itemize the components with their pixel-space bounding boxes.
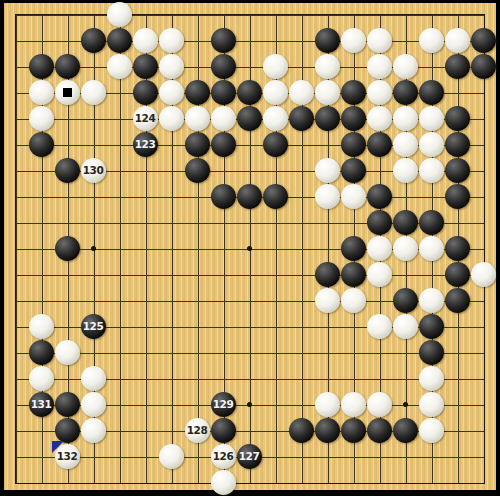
intersection-13-16[interactable] [314, 391, 340, 417]
intersection-11-12[interactable] [262, 287, 288, 313]
intersection-11-15[interactable] [262, 365, 288, 391]
intersection-8-11[interactable] [184, 261, 210, 287]
intersection-5-14[interactable] [106, 339, 132, 365]
intersection-9-14[interactable] [210, 339, 236, 365]
intersection-12-18[interactable] [288, 443, 314, 469]
intersection-8-16[interactable] [184, 391, 210, 417]
intersection-3-11[interactable] [54, 261, 80, 287]
intersection-13-2[interactable] [314, 27, 340, 53]
intersection-18-13[interactable] [444, 313, 470, 339]
intersection-15-13[interactable] [366, 313, 392, 339]
intersection-10-12[interactable] [236, 287, 262, 313]
intersection-4-10[interactable] [80, 235, 106, 261]
intersection-12-5[interactable] [288, 105, 314, 131]
intersection-5-16[interactable] [106, 391, 132, 417]
intersection-9-19[interactable] [210, 469, 236, 495]
intersection-14-14[interactable] [340, 339, 366, 365]
intersection-6-6[interactable]: 123 [132, 131, 158, 157]
intersection-5-2[interactable] [106, 27, 132, 53]
intersection-5-3[interactable] [106, 53, 132, 79]
intersection-11-10[interactable] [262, 235, 288, 261]
intersection-7-6[interactable] [158, 131, 184, 157]
intersection-8-19[interactable] [184, 469, 210, 495]
intersection-19-15[interactable] [470, 365, 496, 391]
intersection-2-19[interactable] [28, 469, 54, 495]
intersection-19-6[interactable] [470, 131, 496, 157]
intersection-15-11[interactable] [366, 261, 392, 287]
intersection-2-3[interactable] [28, 53, 54, 79]
intersection-14-11[interactable] [340, 261, 366, 287]
intersection-4-11[interactable] [80, 261, 106, 287]
intersection-2-13[interactable] [28, 313, 54, 339]
intersection-10-11[interactable] [236, 261, 262, 287]
intersection-10-18[interactable]: 127 [236, 443, 262, 469]
intersection-5-11[interactable] [106, 261, 132, 287]
intersection-9-9[interactable] [210, 209, 236, 235]
intersection-14-2[interactable] [340, 27, 366, 53]
intersection-7-19[interactable] [158, 469, 184, 495]
intersection-19-7[interactable] [470, 157, 496, 183]
intersection-16-14[interactable] [392, 339, 418, 365]
intersection-7-12[interactable] [158, 287, 184, 313]
intersection-1-12[interactable] [2, 287, 28, 313]
intersection-10-16[interactable] [236, 391, 262, 417]
intersection-2-5[interactable] [28, 105, 54, 131]
intersection-10-14[interactable] [236, 339, 262, 365]
intersection-18-16[interactable] [444, 391, 470, 417]
intersection-4-13[interactable]: 125 [80, 313, 106, 339]
intersection-1-1[interactable] [2, 1, 28, 27]
intersection-16-16[interactable] [392, 391, 418, 417]
intersection-15-9[interactable] [366, 209, 392, 235]
intersection-5-15[interactable] [106, 365, 132, 391]
intersection-12-17[interactable] [288, 417, 314, 443]
intersection-8-14[interactable] [184, 339, 210, 365]
intersection-3-10[interactable] [54, 235, 80, 261]
intersection-10-15[interactable] [236, 365, 262, 391]
intersection-16-8[interactable] [392, 183, 418, 209]
intersection-1-17[interactable] [2, 417, 28, 443]
intersection-9-15[interactable] [210, 365, 236, 391]
intersection-13-3[interactable] [314, 53, 340, 79]
intersection-15-1[interactable] [366, 1, 392, 27]
intersection-3-1[interactable] [54, 1, 80, 27]
intersection-15-6[interactable] [366, 131, 392, 157]
intersection-14-16[interactable] [340, 391, 366, 417]
intersection-13-13[interactable] [314, 313, 340, 339]
intersection-6-12[interactable] [132, 287, 158, 313]
intersection-2-6[interactable] [28, 131, 54, 157]
intersection-8-15[interactable] [184, 365, 210, 391]
intersection-9-10[interactable] [210, 235, 236, 261]
intersection-12-19[interactable] [288, 469, 314, 495]
intersection-13-5[interactable] [314, 105, 340, 131]
intersection-9-17[interactable] [210, 417, 236, 443]
intersection-11-8[interactable] [262, 183, 288, 209]
intersection-6-17[interactable] [132, 417, 158, 443]
intersection-5-7[interactable] [106, 157, 132, 183]
intersection-14-19[interactable] [340, 469, 366, 495]
intersection-4-8[interactable] [80, 183, 106, 209]
intersection-13-19[interactable] [314, 469, 340, 495]
intersection-12-7[interactable] [288, 157, 314, 183]
intersection-1-11[interactable] [2, 261, 28, 287]
intersection-6-4[interactable] [132, 79, 158, 105]
intersection-6-1[interactable] [132, 1, 158, 27]
intersection-15-16[interactable] [366, 391, 392, 417]
intersection-4-9[interactable] [80, 209, 106, 235]
intersection-8-3[interactable] [184, 53, 210, 79]
intersection-10-19[interactable] [236, 469, 262, 495]
intersection-18-2[interactable] [444, 27, 470, 53]
intersection-4-3[interactable] [80, 53, 106, 79]
intersection-11-5[interactable] [262, 105, 288, 131]
intersection-10-6[interactable] [236, 131, 262, 157]
intersection-14-4[interactable] [340, 79, 366, 105]
intersection-11-14[interactable] [262, 339, 288, 365]
intersection-9-11[interactable] [210, 261, 236, 287]
intersection-3-5[interactable] [54, 105, 80, 131]
intersection-12-2[interactable] [288, 27, 314, 53]
intersection-4-16[interactable] [80, 391, 106, 417]
intersection-1-4[interactable] [2, 79, 28, 105]
intersection-7-4[interactable] [158, 79, 184, 105]
intersection-8-13[interactable] [184, 313, 210, 339]
intersection-18-4[interactable] [444, 79, 470, 105]
intersection-15-7[interactable] [366, 157, 392, 183]
intersection-12-12[interactable] [288, 287, 314, 313]
intersection-16-1[interactable] [392, 1, 418, 27]
intersection-16-3[interactable] [392, 53, 418, 79]
intersection-3-9[interactable] [54, 209, 80, 235]
intersection-19-5[interactable] [470, 105, 496, 131]
intersection-17-7[interactable] [418, 157, 444, 183]
intersection-12-1[interactable] [288, 1, 314, 27]
intersection-12-14[interactable] [288, 339, 314, 365]
intersection-16-17[interactable] [392, 417, 418, 443]
intersection-16-6[interactable] [392, 131, 418, 157]
intersection-6-2[interactable] [132, 27, 158, 53]
intersection-4-2[interactable] [80, 27, 106, 53]
intersection-11-3[interactable] [262, 53, 288, 79]
intersection-12-15[interactable] [288, 365, 314, 391]
intersection-16-9[interactable] [392, 209, 418, 235]
intersection-2-11[interactable] [28, 261, 54, 287]
intersection-11-4[interactable] [262, 79, 288, 105]
intersection-13-4[interactable] [314, 79, 340, 105]
intersection-2-18[interactable] [28, 443, 54, 469]
intersection-8-18[interactable] [184, 443, 210, 469]
intersection-2-2[interactable] [28, 27, 54, 53]
intersection-12-6[interactable] [288, 131, 314, 157]
intersection-1-13[interactable] [2, 313, 28, 339]
intersection-3-4[interactable] [54, 79, 80, 105]
intersection-8-5[interactable] [184, 105, 210, 131]
intersection-7-13[interactable] [158, 313, 184, 339]
intersection-11-11[interactable] [262, 261, 288, 287]
intersection-9-2[interactable] [210, 27, 236, 53]
intersection-3-6[interactable] [54, 131, 80, 157]
intersection-5-4[interactable] [106, 79, 132, 105]
intersection-16-10[interactable] [392, 235, 418, 261]
intersection-8-9[interactable] [184, 209, 210, 235]
intersection-6-11[interactable] [132, 261, 158, 287]
intersection-9-8[interactable] [210, 183, 236, 209]
intersection-5-1[interactable] [106, 1, 132, 27]
intersection-1-18[interactable] [2, 443, 28, 469]
intersection-19-14[interactable] [470, 339, 496, 365]
intersection-15-8[interactable] [366, 183, 392, 209]
intersection-7-11[interactable] [158, 261, 184, 287]
intersection-16-18[interactable] [392, 443, 418, 469]
intersection-19-3[interactable] [470, 53, 496, 79]
intersection-14-18[interactable] [340, 443, 366, 469]
intersection-1-2[interactable] [2, 27, 28, 53]
intersection-11-13[interactable] [262, 313, 288, 339]
intersection-10-2[interactable] [236, 27, 262, 53]
intersection-9-5[interactable] [210, 105, 236, 131]
intersection-7-16[interactable] [158, 391, 184, 417]
intersection-7-1[interactable] [158, 1, 184, 27]
intersection-3-13[interactable] [54, 313, 80, 339]
intersection-1-5[interactable] [2, 105, 28, 131]
intersection-12-10[interactable] [288, 235, 314, 261]
intersection-7-2[interactable] [158, 27, 184, 53]
intersection-7-5[interactable] [158, 105, 184, 131]
intersection-11-2[interactable] [262, 27, 288, 53]
intersection-1-7[interactable] [2, 157, 28, 183]
intersection-15-5[interactable] [366, 105, 392, 131]
intersection-6-9[interactable] [132, 209, 158, 235]
intersection-18-3[interactable] [444, 53, 470, 79]
intersection-3-8[interactable] [54, 183, 80, 209]
intersection-17-6[interactable] [418, 131, 444, 157]
intersection-7-10[interactable] [158, 235, 184, 261]
intersection-6-19[interactable] [132, 469, 158, 495]
intersection-1-19[interactable] [2, 469, 28, 495]
intersection-1-10[interactable] [2, 235, 28, 261]
intersection-17-13[interactable] [418, 313, 444, 339]
intersection-7-8[interactable] [158, 183, 184, 209]
intersection-18-6[interactable] [444, 131, 470, 157]
intersection-16-19[interactable] [392, 469, 418, 495]
intersection-8-7[interactable] [184, 157, 210, 183]
intersection-6-8[interactable] [132, 183, 158, 209]
intersection-17-14[interactable] [418, 339, 444, 365]
intersection-4-4[interactable] [80, 79, 106, 105]
intersection-17-2[interactable] [418, 27, 444, 53]
intersection-14-15[interactable] [340, 365, 366, 391]
intersection-13-14[interactable] [314, 339, 340, 365]
intersection-1-9[interactable] [2, 209, 28, 235]
intersection-12-16[interactable] [288, 391, 314, 417]
intersection-5-9[interactable] [106, 209, 132, 235]
intersection-15-14[interactable] [366, 339, 392, 365]
intersection-10-5[interactable] [236, 105, 262, 131]
intersection-4-6[interactable] [80, 131, 106, 157]
intersection-3-14[interactable] [54, 339, 80, 365]
intersection-15-10[interactable] [366, 235, 392, 261]
intersection-9-6[interactable] [210, 131, 236, 157]
intersection-3-16[interactable] [54, 391, 80, 417]
intersection-6-5[interactable]: 124 [132, 105, 158, 131]
intersection-1-3[interactable] [2, 53, 28, 79]
intersection-14-12[interactable] [340, 287, 366, 313]
intersection-10-4[interactable] [236, 79, 262, 105]
intersection-6-3[interactable] [132, 53, 158, 79]
intersection-18-7[interactable] [444, 157, 470, 183]
intersection-19-12[interactable] [470, 287, 496, 313]
intersection-13-6[interactable] [314, 131, 340, 157]
intersection-1-14[interactable] [2, 339, 28, 365]
intersection-19-2[interactable] [470, 27, 496, 53]
intersection-7-7[interactable] [158, 157, 184, 183]
intersection-6-18[interactable] [132, 443, 158, 469]
intersection-13-8[interactable] [314, 183, 340, 209]
intersection-7-15[interactable] [158, 365, 184, 391]
intersection-4-7[interactable]: 130 [80, 157, 106, 183]
intersection-10-17[interactable] [236, 417, 262, 443]
intersection-8-1[interactable] [184, 1, 210, 27]
intersection-14-7[interactable] [340, 157, 366, 183]
intersection-16-7[interactable] [392, 157, 418, 183]
intersection-17-4[interactable] [418, 79, 444, 105]
intersection-2-1[interactable] [28, 1, 54, 27]
intersection-11-6[interactable] [262, 131, 288, 157]
intersection-6-13[interactable] [132, 313, 158, 339]
intersection-13-15[interactable] [314, 365, 340, 391]
intersection-3-12[interactable] [54, 287, 80, 313]
intersection-9-4[interactable] [210, 79, 236, 105]
intersection-13-9[interactable] [314, 209, 340, 235]
intersection-10-10[interactable] [236, 235, 262, 261]
intersection-8-17[interactable]: 128 [184, 417, 210, 443]
intersection-4-5[interactable] [80, 105, 106, 131]
intersection-5-12[interactable] [106, 287, 132, 313]
intersection-3-2[interactable] [54, 27, 80, 53]
intersection-16-12[interactable] [392, 287, 418, 313]
intersection-9-18[interactable]: 126 [210, 443, 236, 469]
intersection-18-5[interactable] [444, 105, 470, 131]
intersection-2-15[interactable] [28, 365, 54, 391]
intersection-18-17[interactable] [444, 417, 470, 443]
intersection-18-10[interactable] [444, 235, 470, 261]
intersection-14-3[interactable] [340, 53, 366, 79]
intersection-14-5[interactable] [340, 105, 366, 131]
intersection-1-6[interactable] [2, 131, 28, 157]
intersection-14-1[interactable] [340, 1, 366, 27]
intersection-12-8[interactable] [288, 183, 314, 209]
intersection-3-18[interactable]: 132 [54, 443, 80, 469]
intersection-1-16[interactable] [2, 391, 28, 417]
intersection-10-7[interactable] [236, 157, 262, 183]
intersection-1-15[interactable] [2, 365, 28, 391]
intersection-2-10[interactable] [28, 235, 54, 261]
intersection-4-18[interactable] [80, 443, 106, 469]
intersection-14-10[interactable] [340, 235, 366, 261]
intersection-5-5[interactable] [106, 105, 132, 131]
intersection-15-17[interactable] [366, 417, 392, 443]
intersection-16-11[interactable] [392, 261, 418, 287]
intersection-14-6[interactable] [340, 131, 366, 157]
intersection-11-18[interactable] [262, 443, 288, 469]
intersection-16-15[interactable] [392, 365, 418, 391]
intersection-5-17[interactable] [106, 417, 132, 443]
intersection-12-13[interactable] [288, 313, 314, 339]
intersection-4-12[interactable] [80, 287, 106, 313]
intersection-5-8[interactable] [106, 183, 132, 209]
intersection-1-8[interactable] [2, 183, 28, 209]
intersection-13-17[interactable] [314, 417, 340, 443]
intersection-7-14[interactable] [158, 339, 184, 365]
intersection-6-10[interactable] [132, 235, 158, 261]
intersection-2-7[interactable] [28, 157, 54, 183]
intersection-18-12[interactable] [444, 287, 470, 313]
intersection-17-11[interactable] [418, 261, 444, 287]
intersection-14-17[interactable] [340, 417, 366, 443]
intersection-10-1[interactable] [236, 1, 262, 27]
intersection-17-10[interactable] [418, 235, 444, 261]
intersection-5-18[interactable] [106, 443, 132, 469]
goban[interactable]: 124123130125131129128132126127 [4, 3, 496, 490]
intersection-2-4[interactable] [28, 79, 54, 105]
intersection-15-4[interactable] [366, 79, 392, 105]
intersection-11-9[interactable] [262, 209, 288, 235]
intersection-14-13[interactable] [340, 313, 366, 339]
intersection-16-4[interactable] [392, 79, 418, 105]
intersection-15-3[interactable] [366, 53, 392, 79]
intersection-11-17[interactable] [262, 417, 288, 443]
intersection-11-1[interactable] [262, 1, 288, 27]
intersection-8-10[interactable] [184, 235, 210, 261]
intersection-13-10[interactable] [314, 235, 340, 261]
intersection-2-16[interactable]: 131 [28, 391, 54, 417]
intersection-19-17[interactable] [470, 417, 496, 443]
intersection-16-5[interactable] [392, 105, 418, 131]
intersection-19-10[interactable] [470, 235, 496, 261]
intersection-12-9[interactable] [288, 209, 314, 235]
intersection-8-8[interactable] [184, 183, 210, 209]
intersection-9-3[interactable] [210, 53, 236, 79]
intersection-9-12[interactable] [210, 287, 236, 313]
intersection-13-1[interactable] [314, 1, 340, 27]
intersection-6-16[interactable] [132, 391, 158, 417]
intersection-19-18[interactable] [470, 443, 496, 469]
intersection-10-3[interactable] [236, 53, 262, 79]
intersection-17-8[interactable] [418, 183, 444, 209]
intersection-17-3[interactable] [418, 53, 444, 79]
intersection-5-19[interactable] [106, 469, 132, 495]
intersection-19-1[interactable] [470, 1, 496, 27]
intersection-10-9[interactable] [236, 209, 262, 235]
intersection-5-6[interactable] [106, 131, 132, 157]
intersection-13-7[interactable] [314, 157, 340, 183]
intersection-19-11[interactable] [470, 261, 496, 287]
intersection-12-3[interactable] [288, 53, 314, 79]
intersection-10-8[interactable] [236, 183, 262, 209]
intersection-13-18[interactable] [314, 443, 340, 469]
intersection-5-10[interactable] [106, 235, 132, 261]
intersection-19-16[interactable] [470, 391, 496, 417]
intersection-18-14[interactable] [444, 339, 470, 365]
intersection-11-16[interactable] [262, 391, 288, 417]
intersection-6-14[interactable] [132, 339, 158, 365]
intersection-19-19[interactable] [470, 469, 496, 495]
intersection-10-13[interactable] [236, 313, 262, 339]
intersection-14-9[interactable] [340, 209, 366, 235]
intersection-4-19[interactable] [80, 469, 106, 495]
intersection-2-17[interactable] [28, 417, 54, 443]
